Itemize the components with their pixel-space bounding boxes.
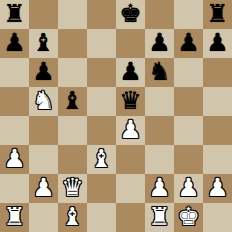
square-c4[interactable]: [58, 116, 87, 145]
square-c6[interactable]: [58, 58, 87, 87]
square-e5[interactable]: ♛: [116, 87, 145, 116]
white-rook-piece: ♜: [148, 202, 170, 231]
square-a6[interactable]: [0, 58, 29, 87]
square-b3[interactable]: [29, 145, 58, 174]
square-g5[interactable]: [174, 87, 203, 116]
square-f2[interactable]: ♟: [145, 174, 174, 203]
black-pawn-piece: ♟: [119, 57, 141, 86]
black-king-piece: ♚: [119, 0, 141, 28]
square-g7[interactable]: ♟: [174, 29, 203, 58]
black-pawn-piece: ♟: [206, 28, 228, 57]
white-bishop-piece: ♝: [61, 202, 83, 231]
square-b2[interactable]: ♟: [29, 174, 58, 203]
square-f7[interactable]: ♟: [145, 29, 174, 58]
square-d2[interactable]: [87, 174, 116, 203]
square-b6[interactable]: ♟: [29, 58, 58, 87]
square-c2[interactable]: ♛: [58, 174, 87, 203]
square-d1[interactable]: [87, 203, 116, 232]
square-g2[interactable]: ♟: [174, 174, 203, 203]
white-king-piece: ♚: [177, 202, 199, 231]
square-f5[interactable]: [145, 87, 174, 116]
square-b8[interactable]: [29, 0, 58, 29]
black-queen-piece: ♛: [119, 86, 141, 115]
square-h2[interactable]: ♟: [203, 174, 232, 203]
square-b7[interactable]: ♝: [29, 29, 58, 58]
square-f3[interactable]: [145, 145, 174, 174]
square-a8[interactable]: ♜: [0, 0, 29, 29]
square-h5[interactable]: [203, 87, 232, 116]
black-knight-piece: ♞: [148, 57, 170, 86]
square-a7[interactable]: ♟: [0, 29, 29, 58]
black-bishop-piece: ♝: [61, 86, 83, 115]
square-f8[interactable]: [145, 0, 174, 29]
square-g1[interactable]: ♚: [174, 203, 203, 232]
square-f4[interactable]: [145, 116, 174, 145]
white-pawn-piece: ♟: [148, 173, 170, 202]
black-rook-piece: ♜: [206, 0, 228, 28]
square-a3[interactable]: ♟: [0, 145, 29, 174]
square-c5[interactable]: ♝: [58, 87, 87, 116]
square-d5[interactable]: [87, 87, 116, 116]
square-d6[interactable]: [87, 58, 116, 87]
black-pawn-piece: ♟: [3, 28, 25, 57]
square-d4[interactable]: [87, 116, 116, 145]
white-pawn-piece: ♟: [206, 173, 228, 202]
square-e4[interactable]: ♟: [116, 116, 145, 145]
square-g8[interactable]: [174, 0, 203, 29]
square-f1[interactable]: ♜: [145, 203, 174, 232]
black-pawn-piece: ♟: [177, 28, 199, 57]
square-c7[interactable]: [58, 29, 87, 58]
white-knight-piece: ♞: [32, 86, 54, 115]
square-e6[interactable]: ♟: [116, 58, 145, 87]
square-d3[interactable]: ♝: [87, 145, 116, 174]
square-e3[interactable]: [116, 145, 145, 174]
square-f6[interactable]: ♞: [145, 58, 174, 87]
black-bishop-piece: ♝: [32, 28, 54, 57]
square-g3[interactable]: [174, 145, 203, 174]
square-d8[interactable]: [87, 0, 116, 29]
chess-board: ♜♚♜♟♝♟♟♟♟♟♞♞♝♛♟♟♝♟♛♟♟♟♜♝♜♚: [0, 0, 232, 232]
square-c3[interactable]: [58, 145, 87, 174]
white-rook-piece: ♜: [3, 202, 25, 231]
square-b5[interactable]: ♞: [29, 87, 58, 116]
square-d7[interactable]: [87, 29, 116, 58]
square-e7[interactable]: [116, 29, 145, 58]
black-rook-piece: ♜: [3, 0, 25, 28]
white-bishop-piece: ♝: [90, 144, 112, 173]
square-c1[interactable]: ♝: [58, 203, 87, 232]
square-h6[interactable]: [203, 58, 232, 87]
white-queen-piece: ♛: [61, 173, 83, 202]
square-e2[interactable]: [116, 174, 145, 203]
square-a5[interactable]: [0, 87, 29, 116]
square-e1[interactable]: [116, 203, 145, 232]
white-pawn-piece: ♟: [119, 115, 141, 144]
square-a2[interactable]: [0, 174, 29, 203]
square-h1[interactable]: [203, 203, 232, 232]
square-g4[interactable]: [174, 116, 203, 145]
square-b1[interactable]: [29, 203, 58, 232]
black-pawn-piece: ♟: [32, 57, 54, 86]
white-pawn-piece: ♟: [177, 173, 199, 202]
square-c8[interactable]: [58, 0, 87, 29]
white-pawn-piece: ♟: [32, 173, 54, 202]
square-a1[interactable]: ♜: [0, 203, 29, 232]
black-pawn-piece: ♟: [148, 28, 170, 57]
square-e8[interactable]: ♚: [116, 0, 145, 29]
square-h8[interactable]: ♜: [203, 0, 232, 29]
square-h3[interactable]: [203, 145, 232, 174]
square-g6[interactable]: [174, 58, 203, 87]
white-pawn-piece: ♟: [3, 144, 25, 173]
square-b4[interactable]: [29, 116, 58, 145]
square-a4[interactable]: [0, 116, 29, 145]
square-h4[interactable]: [203, 116, 232, 145]
square-h7[interactable]: ♟: [203, 29, 232, 58]
